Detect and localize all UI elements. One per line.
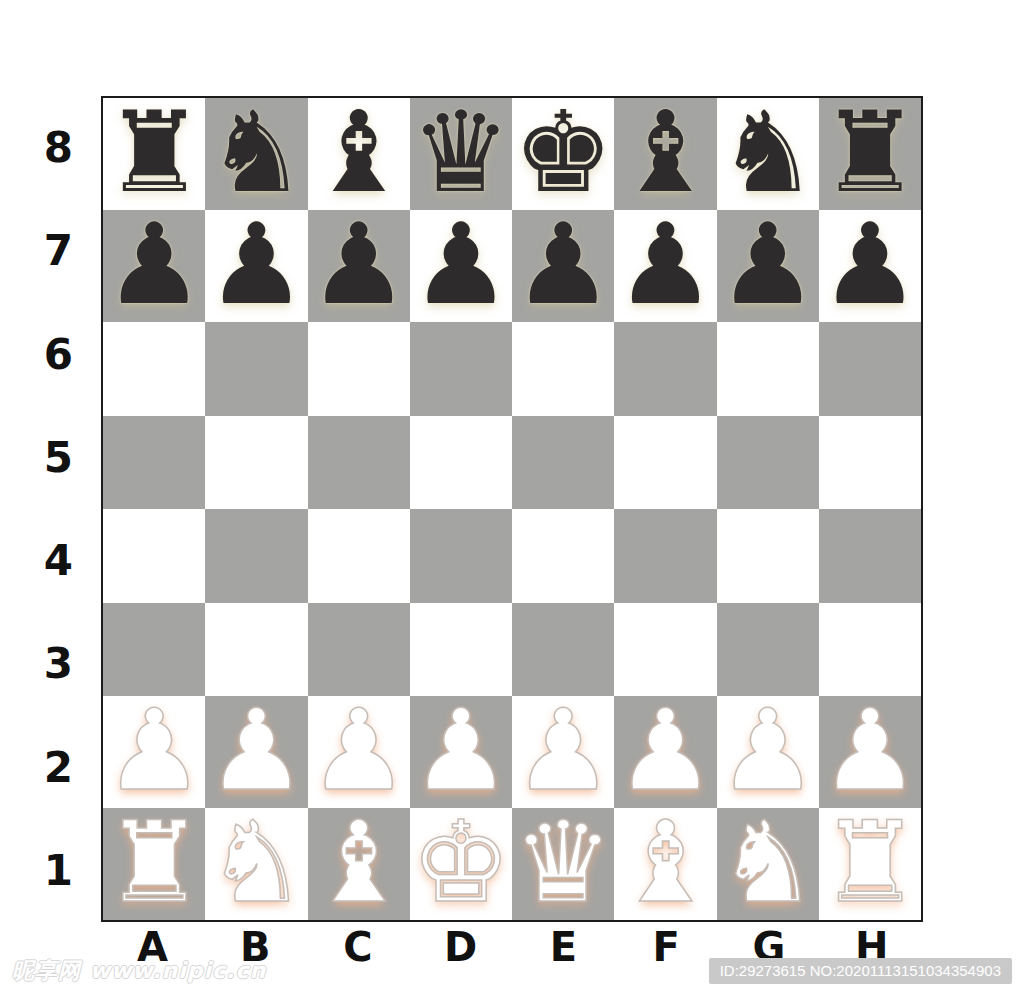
square-f4[interactable] [614,509,716,603]
chessboard-diagram: 87654321 ♜♞♝♛♚♝♞♜♟♟♟♟♟♟♟♟♟♟♟♟♟♟♟♟♜♞♝♚♛♝♞… [0,0,1024,993]
square-c4[interactable] [308,509,410,603]
file-label-c: C [307,924,410,970]
piece-black-pawn[interactable]: ♟ [615,208,715,320]
square-a7[interactable]: ♟ [103,210,205,322]
piece-black-pawn[interactable]: ♟ [513,208,613,320]
rank-label-2: 2 [0,716,101,819]
square-d5[interactable] [410,416,512,510]
square-g4[interactable] [717,509,819,603]
square-h1[interactable]: ♜ [819,808,921,920]
file-label-d: D [409,924,512,970]
rank-label-6: 6 [0,303,101,406]
square-h4[interactable] [819,509,921,603]
rank-label-7: 7 [0,199,101,302]
square-g2[interactable]: ♟ [717,696,819,808]
rank-labels: 87654321 [0,96,101,922]
piece-black-pawn[interactable]: ♟ [820,208,920,320]
square-g3[interactable] [717,603,819,697]
piece-black-rook[interactable]: ♜ [820,96,920,208]
piece-black-bishop[interactable]: ♝ [308,96,408,208]
square-f6[interactable] [614,322,716,416]
square-d3[interactable] [410,603,512,697]
piece-black-queen[interactable]: ♛ [411,96,511,208]
square-b7[interactable]: ♟ [205,210,307,322]
square-e4[interactable] [512,509,614,603]
square-g1[interactable]: ♞ [717,808,819,920]
square-g6[interactable] [717,322,819,416]
piece-black-pawn[interactable]: ♟ [308,208,408,320]
square-f1[interactable]: ♝ [614,808,716,920]
piece-white-king[interactable]: ♚ [411,806,511,918]
square-e1[interactable]: ♛ [512,808,614,920]
square-g5[interactable] [717,416,819,510]
watermark-id-badge: ID:29273615 NO:20201113151034354903 [709,958,1012,984]
piece-white-rook[interactable]: ♜ [104,806,204,918]
rank-label-1: 1 [0,819,101,922]
rank-label-5: 5 [0,406,101,509]
square-a6[interactable] [103,322,205,416]
square-c2[interactable]: ♟ [308,696,410,808]
square-b6[interactable] [205,322,307,416]
square-a2[interactable]: ♟ [103,696,205,808]
square-h2[interactable]: ♟ [819,696,921,808]
square-h7[interactable]: ♟ [819,210,921,322]
square-h8[interactable]: ♜ [819,98,921,210]
piece-black-bishop[interactable]: ♝ [615,96,715,208]
piece-white-pawn[interactable]: ♟ [513,694,613,806]
square-d8[interactable]: ♛ [410,98,512,210]
piece-white-pawn[interactable]: ♟ [717,694,817,806]
piece-white-pawn[interactable]: ♟ [411,694,511,806]
square-b8[interactable]: ♞ [205,98,307,210]
piece-white-bishop[interactable]: ♝ [308,806,408,918]
piece-black-king[interactable]: ♚ [513,96,613,208]
piece-black-pawn[interactable]: ♟ [104,208,204,320]
file-label-e: E [512,924,615,970]
square-f7[interactable]: ♟ [614,210,716,322]
piece-white-pawn[interactable]: ♟ [308,694,408,806]
piece-white-pawn[interactable]: ♟ [206,694,306,806]
file-label-f: F [615,924,718,970]
square-a1[interactable]: ♜ [103,808,205,920]
square-b2[interactable]: ♟ [205,696,307,808]
square-e5[interactable] [512,416,614,510]
piece-black-knight[interactable]: ♞ [206,96,306,208]
square-e7[interactable]: ♟ [512,210,614,322]
square-c5[interactable] [308,416,410,510]
square-b3[interactable] [205,603,307,697]
square-d6[interactable] [410,322,512,416]
piece-white-bishop[interactable]: ♝ [615,806,715,918]
square-c8[interactable]: ♝ [308,98,410,210]
watermark-nipic-logo: 昵享网 www.nipic.cn [12,954,266,988]
piece-black-knight[interactable]: ♞ [717,96,817,208]
rank-label-3: 3 [0,612,101,715]
piece-white-knight[interactable]: ♞ [717,806,817,918]
square-b1[interactable]: ♞ [205,808,307,920]
square-f2[interactable]: ♟ [614,696,716,808]
square-c3[interactable] [308,603,410,697]
square-e8[interactable]: ♚ [512,98,614,210]
square-b5[interactable] [205,416,307,510]
piece-white-knight[interactable]: ♞ [206,806,306,918]
square-a5[interactable] [103,416,205,510]
square-a4[interactable] [103,509,205,603]
square-h3[interactable] [819,603,921,697]
square-d7[interactable]: ♟ [410,210,512,322]
piece-white-pawn[interactable]: ♟ [820,694,920,806]
square-h5[interactable] [819,416,921,510]
square-f8[interactable]: ♝ [614,98,716,210]
piece-white-pawn[interactable]: ♟ [104,694,204,806]
square-e3[interactable] [512,603,614,697]
square-f5[interactable] [614,416,716,510]
square-h6[interactable] [819,322,921,416]
square-d2[interactable]: ♟ [410,696,512,808]
chess-board: ♜♞♝♛♚♝♞♜♟♟♟♟♟♟♟♟♟♟♟♟♟♟♟♟♜♞♝♚♛♝♞♜ [101,96,923,922]
piece-black-pawn[interactable]: ♟ [411,208,511,320]
square-e6[interactable] [512,322,614,416]
square-g8[interactable]: ♞ [717,98,819,210]
square-c7[interactable]: ♟ [308,210,410,322]
square-a3[interactable] [103,603,205,697]
rank-label-8: 8 [0,96,101,199]
square-c6[interactable] [308,322,410,416]
rank-label-4: 4 [0,509,101,612]
square-f3[interactable] [614,603,716,697]
square-d4[interactable] [410,509,512,603]
piece-white-rook[interactable]: ♜ [820,806,920,918]
square-e2[interactable]: ♟ [512,696,614,808]
square-c1[interactable]: ♝ [308,808,410,920]
piece-black-pawn[interactable]: ♟ [717,208,817,320]
square-a8[interactable]: ♜ [103,98,205,210]
piece-black-rook[interactable]: ♜ [104,96,204,208]
square-b4[interactable] [205,509,307,603]
piece-black-pawn[interactable]: ♟ [206,208,306,320]
piece-white-queen[interactable]: ♛ [513,806,613,918]
square-d1[interactable]: ♚ [410,808,512,920]
piece-white-pawn[interactable]: ♟ [615,694,715,806]
square-g7[interactable]: ♟ [717,210,819,322]
